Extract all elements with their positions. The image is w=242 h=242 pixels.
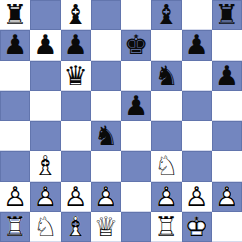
square-d2[interactable]: ♟♙ [91, 182, 121, 212]
white-bishop[interactable]: ♝♗ [30, 151, 60, 181]
white-queen[interactable]: ♛♕ [91, 212, 121, 242]
black-bishop[interactable]: ♝ [151, 0, 181, 30]
piece-glyph: ♟ [0, 30, 30, 60]
white-knight[interactable]: ♞♘ [30, 212, 60, 242]
square-g8[interactable] [182, 0, 212, 30]
square-e4[interactable] [121, 121, 151, 151]
square-d8[interactable] [91, 0, 121, 30]
square-c6[interactable]: ♛ [61, 61, 91, 91]
piece-outline: ♙ [61, 182, 91, 212]
black-pawn[interactable]: ♟ [212, 61, 242, 91]
piece-glyph: ♟ [61, 30, 91, 60]
square-a1[interactable]: ♜♖ [0, 212, 30, 242]
square-c3[interactable] [61, 151, 91, 181]
square-e8[interactable] [121, 0, 151, 30]
square-c5[interactable] [61, 91, 91, 121]
piece-glyph: ♝ [151, 0, 181, 30]
piece-outline: ♘ [30, 212, 60, 242]
square-c8[interactable]: ♝ [61, 0, 91, 30]
piece-outline: ♔ [182, 212, 212, 242]
piece-glyph: ♟ [30, 30, 60, 60]
square-f6[interactable]: ♞ [151, 61, 181, 91]
square-e1[interactable] [121, 212, 151, 242]
square-a8[interactable]: ♜ [0, 0, 30, 30]
square-g6[interactable] [182, 61, 212, 91]
square-g7[interactable]: ♟ [182, 30, 212, 60]
black-pawn[interactable]: ♟ [0, 30, 30, 60]
piece-outline: ♘ [151, 151, 181, 181]
square-g1[interactable]: ♚♔ [182, 212, 212, 242]
square-b1[interactable]: ♞♘ [30, 212, 60, 242]
white-rook[interactable]: ♜♖ [0, 212, 30, 242]
chess-board: ♜♝♝♜♟♟♟♚♟♛♞♟♟♞♝♗♞♘♟♙♟♙♟♙♟♙♟♙♟♙♟♙♜♖♞♘♝♗♛♕… [0, 0, 242, 242]
square-g3[interactable] [182, 151, 212, 181]
square-b5[interactable] [30, 91, 60, 121]
white-pawn[interactable]: ♟♙ [61, 182, 91, 212]
square-d7[interactable] [91, 30, 121, 60]
square-e2[interactable] [121, 182, 151, 212]
square-b8[interactable] [30, 0, 60, 30]
white-pawn[interactable]: ♟♙ [212, 182, 242, 212]
square-h8[interactable]: ♜ [212, 0, 242, 30]
black-pawn[interactable]: ♟ [61, 30, 91, 60]
piece-outline: ♗ [61, 212, 91, 242]
black-rook[interactable]: ♜ [0, 0, 30, 30]
square-b3[interactable]: ♝♗ [30, 151, 60, 181]
white-pawn[interactable]: ♟♙ [0, 182, 30, 212]
square-d3[interactable] [91, 151, 121, 181]
square-h2[interactable]: ♟♙ [212, 182, 242, 212]
black-king[interactable]: ♚ [121, 30, 151, 60]
square-h6[interactable]: ♟ [212, 61, 242, 91]
square-g4[interactable] [182, 121, 212, 151]
square-g5[interactable] [182, 91, 212, 121]
square-a6[interactable] [0, 61, 30, 91]
piece-outline: ♕ [91, 212, 121, 242]
white-pawn[interactable]: ♟♙ [151, 182, 181, 212]
white-pawn[interactable]: ♟♙ [91, 182, 121, 212]
piece-glyph: ♞ [151, 61, 181, 91]
piece-outline: ♙ [151, 182, 181, 212]
square-h4[interactable] [212, 121, 242, 151]
square-c1[interactable]: ♝♗ [61, 212, 91, 242]
square-f1[interactable]: ♜♖ [151, 212, 181, 242]
square-e7[interactable]: ♚ [121, 30, 151, 60]
square-a3[interactable] [0, 151, 30, 181]
piece-outline: ♙ [30, 182, 60, 212]
square-h3[interactable] [212, 151, 242, 181]
square-a4[interactable] [0, 121, 30, 151]
piece-glyph: ♜ [0, 0, 30, 30]
black-pawn[interactable]: ♟ [182, 30, 212, 60]
square-c7[interactable]: ♟ [61, 30, 91, 60]
black-bishop[interactable]: ♝ [61, 0, 91, 30]
piece-glyph: ♜ [212, 0, 242, 30]
square-e5[interactable]: ♟ [121, 91, 151, 121]
piece-outline: ♖ [0, 212, 30, 242]
black-queen[interactable]: ♛ [61, 61, 91, 91]
square-b2[interactable]: ♟♙ [30, 182, 60, 212]
square-a7[interactable]: ♟ [0, 30, 30, 60]
square-e6[interactable] [121, 61, 151, 91]
black-pawn[interactable]: ♟ [121, 91, 151, 121]
square-b4[interactable] [30, 121, 60, 151]
piece-outline: ♙ [212, 182, 242, 212]
square-b6[interactable] [30, 61, 60, 91]
square-f5[interactable] [151, 91, 181, 121]
black-knight[interactable]: ♞ [91, 121, 121, 151]
piece-glyph: ♚ [121, 30, 151, 60]
square-f2[interactable]: ♟♙ [151, 182, 181, 212]
white-rook[interactable]: ♜♖ [151, 212, 181, 242]
square-d4[interactable]: ♞ [91, 121, 121, 151]
square-h7[interactable] [212, 30, 242, 60]
white-bishop[interactable]: ♝♗ [61, 212, 91, 242]
square-d5[interactable] [91, 91, 121, 121]
black-pawn[interactable]: ♟ [30, 30, 60, 60]
white-pawn[interactable]: ♟♙ [182, 182, 212, 212]
white-king[interactable]: ♚♔ [182, 212, 212, 242]
piece-outline: ♙ [182, 182, 212, 212]
square-h5[interactable] [212, 91, 242, 121]
black-rook[interactable]: ♜ [212, 0, 242, 30]
square-f7[interactable] [151, 30, 181, 60]
square-d6[interactable] [91, 61, 121, 91]
square-b7[interactable]: ♟ [30, 30, 60, 60]
white-knight[interactable]: ♞♘ [151, 151, 181, 181]
piece-outline: ♗ [30, 151, 60, 181]
square-c4[interactable] [61, 121, 91, 151]
square-c2[interactable]: ♟♙ [61, 182, 91, 212]
piece-glyph: ♝ [61, 0, 91, 30]
piece-outline: ♙ [91, 182, 121, 212]
piece-glyph: ♟ [121, 91, 151, 121]
piece-outline: ♖ [151, 212, 181, 242]
piece-outline: ♙ [0, 182, 30, 212]
square-e3[interactable] [121, 151, 151, 181]
square-d1[interactable]: ♛♕ [91, 212, 121, 242]
piece-glyph: ♟ [182, 30, 212, 60]
piece-glyph: ♟ [212, 61, 242, 91]
black-knight[interactable]: ♞ [151, 61, 181, 91]
square-f8[interactable]: ♝ [151, 0, 181, 30]
square-a2[interactable]: ♟♙ [0, 182, 30, 212]
white-pawn[interactable]: ♟♙ [30, 182, 60, 212]
square-a5[interactable] [0, 91, 30, 121]
piece-glyph: ♛ [61, 61, 91, 91]
piece-glyph: ♞ [91, 121, 121, 151]
square-h1[interactable] [212, 212, 242, 242]
square-f3[interactable]: ♞♘ [151, 151, 181, 181]
square-f4[interactable] [151, 121, 181, 151]
square-g2[interactable]: ♟♙ [182, 182, 212, 212]
